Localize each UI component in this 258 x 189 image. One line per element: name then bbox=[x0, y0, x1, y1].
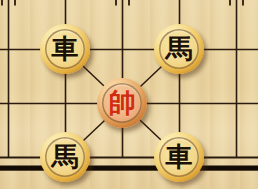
piece-glyph: 車 bbox=[52, 35, 79, 62]
pieces-layer: 車馬帥馬車 bbox=[0, 0, 258, 189]
piece-face: 車 bbox=[45, 29, 85, 69]
piece-face: 馬 bbox=[159, 29, 199, 69]
piece-face: 馬 bbox=[45, 137, 85, 177]
piece-face: 車 bbox=[159, 137, 199, 177]
piece-glyph: 馬 bbox=[166, 35, 193, 62]
piece-black-horse[interactable]: 馬 bbox=[154, 24, 204, 74]
xiangqi-board[interactable]: 車馬帥馬車 bbox=[0, 0, 258, 189]
piece-glyph: 車 bbox=[166, 143, 193, 170]
piece-glyph: 帥 bbox=[109, 89, 136, 116]
piece-black-chariot[interactable]: 車 bbox=[154, 132, 204, 182]
piece-black-chariot[interactable]: 車 bbox=[40, 24, 90, 74]
piece-face: 帥 bbox=[102, 83, 142, 123]
piece-glyph: 馬 bbox=[52, 143, 79, 170]
piece-black-horse[interactable]: 馬 bbox=[40, 132, 90, 182]
piece-red-general[interactable]: 帥 bbox=[97, 78, 147, 128]
